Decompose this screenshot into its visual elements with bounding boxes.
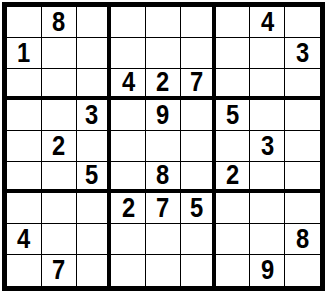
cell-r9c5[interactable] (146, 255, 181, 286)
cell-r8c7[interactable] (216, 224, 251, 255)
cell-r4c5[interactable]: 9 (146, 100, 181, 131)
given-digit: 7 (156, 195, 169, 222)
cell-r2c9[interactable]: 3 (285, 38, 320, 69)
given-digit: 2 (122, 195, 135, 222)
given-digit: 1 (17, 40, 30, 67)
cell-r4c6[interactable] (181, 100, 216, 131)
sudoku-board: 8413427395235822754879 (2, 2, 325, 291)
given-digit: 3 (296, 40, 309, 67)
cell-r7c7[interactable] (216, 193, 251, 224)
cell-r6c4[interactable] (111, 162, 146, 193)
cell-r2c7[interactable] (216, 38, 251, 69)
given-digit: 5 (190, 195, 203, 222)
cell-r6c8[interactable] (250, 162, 285, 193)
cell-r7c5[interactable]: 7 (146, 193, 181, 224)
cell-r5c9[interactable] (285, 131, 320, 162)
cell-r3c7[interactable] (216, 69, 251, 100)
cell-r4c7[interactable]: 5 (216, 100, 251, 131)
given-digit: 4 (122, 69, 135, 96)
given-digit: 8 (296, 226, 309, 253)
cell-r5c2[interactable]: 2 (42, 131, 77, 162)
cell-r2c5[interactable] (146, 38, 181, 69)
cell-r9c9[interactable] (285, 255, 320, 286)
cell-r1c7[interactable] (216, 7, 251, 38)
cell-r4c1[interactable] (7, 100, 42, 131)
cell-r4c9[interactable] (285, 100, 320, 131)
cell-r8c8[interactable] (250, 224, 285, 255)
cell-r6c3[interactable]: 5 (77, 162, 112, 193)
cell-r5c8[interactable]: 3 (250, 131, 285, 162)
cell-r1c3[interactable] (77, 7, 112, 38)
cell-r2c8[interactable] (250, 38, 285, 69)
cell-r5c6[interactable] (181, 131, 216, 162)
cell-r1c1[interactable] (7, 7, 42, 38)
cell-r8c5[interactable] (146, 224, 181, 255)
cell-r8c2[interactable] (42, 224, 77, 255)
cell-r9c1[interactable] (7, 255, 42, 286)
cell-r4c4[interactable] (111, 100, 146, 131)
given-digit: 2 (52, 133, 65, 160)
cell-r1c4[interactable] (111, 7, 146, 38)
cell-r3c9[interactable] (285, 69, 320, 100)
cell-r6c2[interactable] (42, 162, 77, 193)
cell-r6c5[interactable]: 8 (146, 162, 181, 193)
cell-r9c4[interactable] (111, 255, 146, 286)
given-digit: 8 (52, 9, 65, 36)
given-digit: 9 (156, 102, 169, 129)
cell-r3c1[interactable] (7, 69, 42, 100)
cell-r8c6[interactable] (181, 224, 216, 255)
cell-r6c1[interactable] (7, 162, 42, 193)
cell-r4c8[interactable] (250, 100, 285, 131)
cell-r9c8[interactable]: 9 (250, 255, 285, 286)
given-digit: 9 (261, 257, 274, 284)
given-digit: 3 (261, 133, 274, 160)
cell-r3c5[interactable]: 2 (146, 69, 181, 100)
cell-r7c9[interactable] (285, 193, 320, 224)
cell-r7c2[interactable] (42, 193, 77, 224)
cell-r3c8[interactable] (250, 69, 285, 100)
cell-r8c9[interactable]: 8 (285, 224, 320, 255)
cell-r8c3[interactable] (77, 224, 112, 255)
cell-r3c4[interactable]: 4 (111, 69, 146, 100)
given-digit: 8 (156, 162, 169, 189)
cell-r7c4[interactable]: 2 (111, 193, 146, 224)
cell-r9c2[interactable]: 7 (42, 255, 77, 286)
cell-r6c9[interactable] (285, 162, 320, 193)
cell-r9c3[interactable] (77, 255, 112, 286)
cell-r6c7[interactable]: 2 (216, 162, 251, 193)
cell-r1c2[interactable]: 8 (42, 7, 77, 38)
cell-r5c1[interactable] (7, 131, 42, 162)
given-digit: 5 (85, 162, 98, 189)
cell-r2c2[interactable] (42, 38, 77, 69)
cell-r7c1[interactable] (7, 193, 42, 224)
cell-r7c8[interactable] (250, 193, 285, 224)
given-digit: 2 (226, 162, 239, 189)
cell-r3c2[interactable] (42, 69, 77, 100)
cell-r7c6[interactable]: 5 (181, 193, 216, 224)
cell-r2c4[interactable] (111, 38, 146, 69)
cell-r3c6[interactable]: 7 (181, 69, 216, 100)
cell-r7c3[interactable] (77, 193, 112, 224)
cell-r6c6[interactable] (181, 162, 216, 193)
given-digit: 2 (156, 69, 169, 96)
cell-r8c4[interactable] (111, 224, 146, 255)
given-digit: 5 (226, 102, 239, 129)
cell-r1c6[interactable] (181, 7, 216, 38)
cell-r5c5[interactable] (146, 131, 181, 162)
cell-r2c3[interactable] (77, 38, 112, 69)
cell-r1c5[interactable] (146, 7, 181, 38)
cell-r5c7[interactable] (216, 131, 251, 162)
given-digit: 4 (17, 226, 30, 253)
given-digit: 4 (261, 9, 274, 36)
cell-r5c4[interactable] (111, 131, 146, 162)
cell-r4c2[interactable] (42, 100, 77, 131)
cell-r1c9[interactable] (285, 7, 320, 38)
cell-r2c1[interactable]: 1 (7, 38, 42, 69)
given-digit: 3 (85, 102, 98, 129)
cell-r9c6[interactable] (181, 255, 216, 286)
cell-r2c6[interactable] (181, 38, 216, 69)
cell-r5c3[interactable] (77, 131, 112, 162)
given-digit: 7 (52, 257, 65, 284)
cell-r1c8[interactable]: 4 (250, 7, 285, 38)
cell-r4c3[interactable]: 3 (77, 100, 112, 131)
cell-r3c3[interactable] (77, 69, 112, 100)
given-digit: 7 (190, 69, 203, 96)
cell-r9c7[interactable] (216, 255, 251, 286)
cell-r8c1[interactable]: 4 (7, 224, 42, 255)
